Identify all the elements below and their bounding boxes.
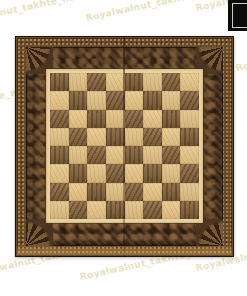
board-square xyxy=(69,164,88,182)
board-square xyxy=(125,110,144,128)
board-square xyxy=(143,146,162,164)
board-square xyxy=(143,91,162,109)
board-square xyxy=(87,201,106,219)
board-fold-seam xyxy=(123,36,125,257)
board-square xyxy=(106,73,125,91)
board-square xyxy=(69,91,88,109)
board-square xyxy=(125,91,144,109)
frame-corner-carving xyxy=(26,219,53,246)
board-square xyxy=(50,164,69,182)
watermark-text: Royalwalnut_takhte_nard xyxy=(0,0,88,28)
board-square xyxy=(125,146,144,164)
frame-corner-carving xyxy=(196,219,223,246)
board-square xyxy=(106,201,125,219)
watermark-text: Royalwalnut_takhte_nard xyxy=(235,35,247,73)
board-square xyxy=(87,128,106,146)
board-square xyxy=(106,164,125,182)
board-square xyxy=(180,146,199,164)
board-square xyxy=(50,73,69,91)
board-square xyxy=(125,201,144,219)
board-square xyxy=(143,110,162,128)
board-square xyxy=(162,128,181,146)
board-square xyxy=(87,73,106,91)
cropped-thumbnail-fragment xyxy=(228,0,247,31)
board-square xyxy=(143,164,162,182)
board-square xyxy=(162,73,181,91)
board-square xyxy=(162,164,181,182)
board-square xyxy=(106,91,125,109)
board-square xyxy=(50,201,69,219)
board-square xyxy=(162,91,181,109)
board-square xyxy=(50,91,69,109)
board-square xyxy=(180,183,199,201)
board-square xyxy=(125,73,144,91)
thumbnail-inner-frame-line xyxy=(232,3,247,28)
board-square xyxy=(69,73,88,91)
product-photo-page: Royalwalnut_takhte_nard Royalwalnut_takh… xyxy=(0,0,247,296)
board-square xyxy=(162,183,181,201)
board-square xyxy=(69,201,88,219)
board-square xyxy=(143,201,162,219)
board-square xyxy=(125,183,144,201)
board-square xyxy=(180,73,199,91)
board-square xyxy=(50,146,69,164)
board-square xyxy=(106,128,125,146)
board-square xyxy=(69,146,88,164)
board-square xyxy=(69,183,88,201)
board-square xyxy=(143,128,162,146)
board-square xyxy=(162,146,181,164)
board-square xyxy=(87,91,106,109)
board-square xyxy=(69,128,88,146)
board-square xyxy=(125,164,144,182)
board-square xyxy=(125,128,144,146)
board-square xyxy=(180,91,199,109)
board-square xyxy=(106,110,125,128)
board-square xyxy=(180,164,199,182)
board-square xyxy=(50,110,69,128)
board-square xyxy=(50,128,69,146)
board-square xyxy=(87,146,106,164)
board-square xyxy=(87,183,106,201)
board-square xyxy=(180,110,199,128)
board-square xyxy=(180,128,199,146)
board-square xyxy=(87,110,106,128)
board-square xyxy=(50,183,69,201)
board-square xyxy=(87,164,106,182)
board-square xyxy=(162,110,181,128)
board-square xyxy=(69,110,88,128)
chess-board-photo xyxy=(15,36,234,257)
board-square xyxy=(143,183,162,201)
board-square xyxy=(106,183,125,201)
board-square xyxy=(180,201,199,219)
board-square xyxy=(106,146,125,164)
board-square xyxy=(143,73,162,91)
board-square xyxy=(162,201,181,219)
